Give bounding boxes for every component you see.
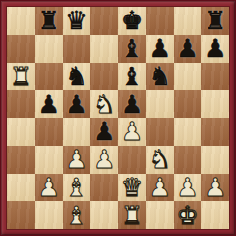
square-h6[interactable] [201,63,229,91]
square-c6[interactable]: ♞ [63,63,91,91]
square-c7[interactable] [63,35,91,63]
square-e2[interactable]: ♛ [118,174,146,202]
black-rook-b8: ♜ [37,7,59,34]
white-knight-f3: ♞ [148,146,170,173]
white-rook-e1: ♜ [121,202,143,229]
square-g4[interactable] [174,118,202,146]
square-d4[interactable]: ♟ [90,118,118,146]
white-pawn-c3: ♟ [65,146,87,173]
black-king-e8: ♚ [121,7,143,34]
square-e1[interactable]: ♜ [118,201,146,229]
black-bishop-e6: ♝ [121,63,143,90]
white-queen-e2: ♛ [121,174,143,201]
square-a5[interactable] [7,90,35,118]
white-king-g1: ♚ [176,202,198,229]
square-a6[interactable]: ♜ [7,63,35,91]
square-b5[interactable]: ♟ [35,90,63,118]
white-pawn-e4: ♟ [121,118,143,145]
black-knight-f6: ♞ [148,63,170,90]
square-c5[interactable]: ♟ [63,90,91,118]
square-c4[interactable] [63,118,91,146]
white-pawn-g2: ♟ [176,174,198,201]
black-knight-c6: ♞ [65,63,87,90]
square-d3[interactable]: ♟ [90,146,118,174]
white-pawn-h2: ♟ [204,174,226,201]
square-g3[interactable] [174,146,202,174]
square-h5[interactable] [201,90,229,118]
black-pawn-g7: ♟ [176,35,198,62]
square-f8[interactable] [146,7,174,35]
square-g1[interactable]: ♚ [174,201,202,229]
square-e6[interactable]: ♝ [118,63,146,91]
square-e7[interactable]: ♝ [118,35,146,63]
black-bishop-e7: ♝ [121,35,143,62]
white-bishop-c1: ♝ [65,202,87,229]
chess-diagram: ♜♛♚♜♝♟♟♟♜♞♝♞♟♟♞♟♟♟♟♟♞♟♝♛♟♟♟♝♜♚ [0,0,236,236]
square-a8[interactable] [7,7,35,35]
black-pawn-c5: ♟ [65,91,87,118]
square-e3[interactable] [118,146,146,174]
square-c3[interactable]: ♟ [63,146,91,174]
square-a3[interactable] [7,146,35,174]
square-f5[interactable] [146,90,174,118]
square-h8[interactable]: ♜ [201,7,229,35]
white-knight-d5: ♞ [93,91,115,118]
square-b7[interactable] [35,35,63,63]
square-h2[interactable]: ♟ [201,174,229,202]
white-bishop-c2: ♝ [65,174,87,201]
black-pawn-h7: ♟ [204,35,226,62]
square-b6[interactable] [35,63,63,91]
square-a4[interactable] [7,118,35,146]
square-h1[interactable] [201,201,229,229]
square-g8[interactable] [174,7,202,35]
white-pawn-d3: ♟ [93,146,115,173]
black-pawn-b5: ♟ [37,91,59,118]
square-g6[interactable] [174,63,202,91]
square-e5[interactable]: ♟ [118,90,146,118]
square-c8[interactable]: ♛ [63,7,91,35]
chess-board: ♜♛♚♜♝♟♟♟♜♞♝♞♟♟♞♟♟♟♟♟♞♟♝♛♟♟♟♝♜♚ [7,7,229,229]
square-f1[interactable] [146,201,174,229]
white-rook-a6: ♜ [10,63,32,90]
square-d1[interactable] [90,201,118,229]
black-queen-c8: ♛ [65,7,87,34]
square-h3[interactable] [201,146,229,174]
square-e4[interactable]: ♟ [118,118,146,146]
square-c2[interactable]: ♝ [63,174,91,202]
white-pawn-f2: ♟ [148,174,170,201]
square-g7[interactable]: ♟ [174,35,202,63]
square-b8[interactable]: ♜ [35,7,63,35]
black-pawn-f7: ♟ [148,35,170,62]
square-b1[interactable] [35,201,63,229]
square-h4[interactable] [201,118,229,146]
square-d2[interactable] [90,174,118,202]
square-h7[interactable]: ♟ [201,35,229,63]
square-b3[interactable] [35,146,63,174]
square-d7[interactable] [90,35,118,63]
square-g5[interactable] [174,90,202,118]
black-rook-h8: ♜ [204,7,226,34]
square-f7[interactable]: ♟ [146,35,174,63]
black-pawn-e5: ♟ [121,91,143,118]
square-a2[interactable] [7,174,35,202]
square-f4[interactable] [146,118,174,146]
square-a7[interactable] [7,35,35,63]
square-e8[interactable]: ♚ [118,7,146,35]
square-f3[interactable]: ♞ [146,146,174,174]
square-f2[interactable]: ♟ [146,174,174,202]
black-pawn-d4: ♟ [93,118,115,145]
square-d5[interactable]: ♞ [90,90,118,118]
square-a1[interactable] [7,201,35,229]
square-f6[interactable]: ♞ [146,63,174,91]
white-pawn-b2: ♟ [37,174,59,201]
square-d6[interactable] [90,63,118,91]
square-d8[interactable] [90,7,118,35]
square-b2[interactable]: ♟ [35,174,63,202]
square-g2[interactable]: ♟ [174,174,202,202]
square-b4[interactable] [35,118,63,146]
square-c1[interactable]: ♝ [63,201,91,229]
